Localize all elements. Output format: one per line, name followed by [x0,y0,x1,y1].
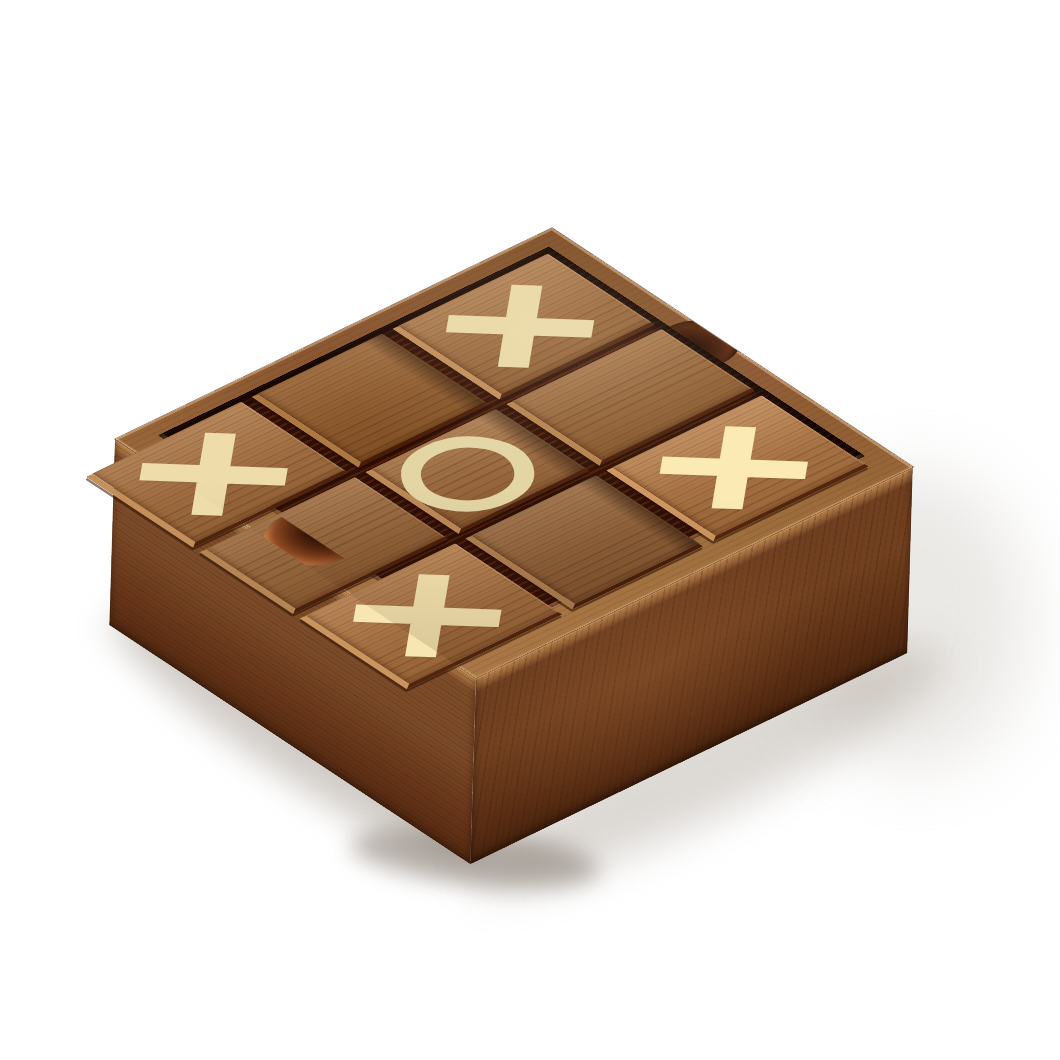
photo-stage: × × ○ × × [0,0,1060,1060]
